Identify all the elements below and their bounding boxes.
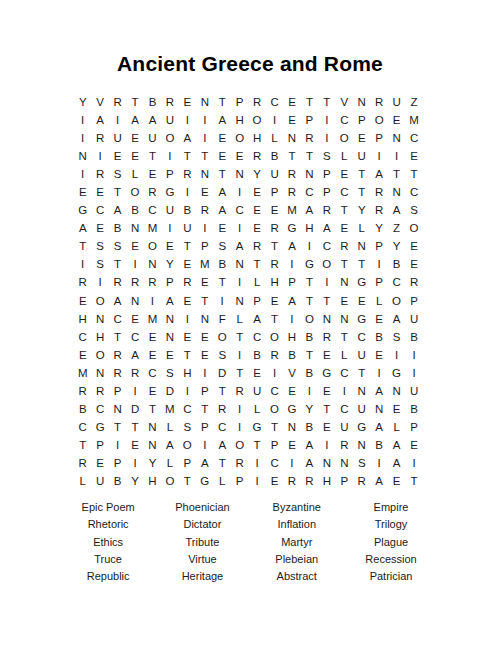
grid-cell: U [248, 382, 265, 400]
grid-cell: A [283, 292, 300, 310]
grid-cell: P [266, 183, 283, 201]
grid-cell: A [301, 454, 318, 472]
grid-cell: A [196, 454, 213, 472]
grid-cell: T [405, 165, 422, 183]
grid-cell: R [74, 454, 91, 472]
grid-cell: L [161, 454, 178, 472]
grid-cell: P [161, 273, 178, 291]
grid-cell: C [91, 201, 108, 219]
grid-cell: N [196, 165, 213, 183]
grid-cell: L [74, 472, 91, 490]
grid-cell: G [161, 183, 178, 201]
grid-cell: E [248, 201, 265, 219]
grid-cell: A [109, 201, 126, 219]
grid-cell: U [405, 382, 422, 400]
grid-cell: N [231, 255, 248, 273]
word-list-item: Inflation [250, 516, 344, 533]
word-list-column: ByzantineInflationMartyrPlebeianAbstract [250, 499, 344, 585]
grid-cell: R [336, 436, 353, 454]
grid-cell: N [126, 219, 143, 237]
grid-cell: T [353, 183, 370, 201]
grid-cell: P [266, 436, 283, 454]
grid-cell: M [405, 111, 422, 129]
grid-cell: E [283, 382, 300, 400]
grid-cell: L [231, 310, 248, 328]
grid-cell: U [336, 418, 353, 436]
grid-cell: N [231, 292, 248, 310]
grid-cell: T [214, 382, 231, 400]
grid-cell: E [336, 292, 353, 310]
grid-cell: R [370, 93, 387, 111]
grid-cell: Y [126, 472, 143, 490]
grid-cell: N [144, 255, 161, 273]
grid-cell: I [231, 183, 248, 201]
grid-cell: R [144, 183, 161, 201]
grid-cell: L [353, 219, 370, 237]
grid-cell: I [301, 382, 318, 400]
grid-cell: P [301, 111, 318, 129]
grid-cell: I [126, 255, 143, 273]
grid-cell: E [266, 292, 283, 310]
grid-cell: E [231, 147, 248, 165]
grid-cell: T [353, 165, 370, 183]
word-list-item: Phoenician [155, 499, 249, 516]
word-list-item: Empire [344, 499, 438, 516]
grid-cell: I [336, 382, 353, 400]
grid-cell: I [231, 346, 248, 364]
grid-cell: T [144, 400, 161, 418]
grid-cell: L [248, 273, 265, 291]
grid-cell: T [283, 147, 300, 165]
grid-cell: R [109, 364, 126, 382]
grid-cell: T [214, 165, 231, 183]
grid-cell: D [161, 382, 178, 400]
grid-cell: R [126, 273, 143, 291]
grid-cell: G [353, 418, 370, 436]
grid-cell: R [318, 328, 335, 346]
grid-cell: T [231, 328, 248, 346]
grid-cell: I [370, 364, 387, 382]
grid-cell: O [318, 255, 335, 273]
grid-cell: F [214, 310, 231, 328]
grid-cell: T [179, 237, 196, 255]
grid-cell: N [370, 400, 387, 418]
grid-cell: Y [370, 219, 387, 237]
grid-cell: M [74, 364, 91, 382]
grid-cell: E [405, 255, 422, 273]
grid-cell: I [388, 346, 405, 364]
grid-cell: I [196, 129, 213, 147]
grid-cell: I [318, 273, 335, 291]
grid-cell: P [109, 454, 126, 472]
grid-cell: T [318, 400, 335, 418]
grid-cell: B [301, 418, 318, 436]
grid-cell: E [353, 129, 370, 147]
grid-cell: I [179, 382, 196, 400]
grid-cell: E [74, 183, 91, 201]
grid-cell: U [144, 129, 161, 147]
grid-cell: T [266, 310, 283, 328]
grid-cell: E [388, 111, 405, 129]
grid-cell: I [266, 111, 283, 129]
grid-cell: T [318, 93, 335, 111]
grid-cell: Y [74, 93, 91, 111]
grid-cell: P [370, 129, 387, 147]
grid-cell: A [283, 237, 300, 255]
grid-cell: T [318, 292, 335, 310]
grid-cell: O [231, 436, 248, 454]
grid-cell: N [388, 183, 405, 201]
grid-cell: N [301, 165, 318, 183]
grid-cell: G [74, 201, 91, 219]
grid-cell: T [74, 237, 91, 255]
grid-cell: C [231, 201, 248, 219]
grid-cell: A [301, 201, 318, 219]
word-list-item: Recession [344, 551, 438, 568]
grid-cell: I [405, 346, 422, 364]
grid-cell: T [336, 201, 353, 219]
grid-cell: E [266, 201, 283, 219]
grid-cell: R [336, 237, 353, 255]
grid-cell: C [336, 400, 353, 418]
grid-cell: H [318, 472, 335, 490]
grid-cell: E [144, 382, 161, 400]
grid-cell: H [283, 328, 300, 346]
grid-cell: G [283, 400, 300, 418]
grid-cell: U [179, 219, 196, 237]
grid-cell: I [91, 273, 108, 291]
grid-cell: T [248, 255, 265, 273]
grid-cell: N [283, 129, 300, 147]
grid-cell: T [301, 273, 318, 291]
word-list-item: Heritage [155, 568, 249, 585]
grid-cell: A [370, 165, 387, 183]
puzzle-title: Ancient Greece and Rome [0, 52, 500, 76]
grid-cell: A [370, 382, 387, 400]
grid-cell: P [196, 237, 213, 255]
grid-cell: E [318, 418, 335, 436]
word-list-item: Dictator [155, 516, 249, 533]
grid-cell: O [91, 346, 108, 364]
grid-cell: P [91, 436, 108, 454]
grid-cell: E [283, 436, 300, 454]
grid-cell: I [388, 147, 405, 165]
grid-cell: N [353, 93, 370, 111]
grid-cell: E [196, 346, 213, 364]
grid-cell: R [301, 129, 318, 147]
grid-cell: E [336, 165, 353, 183]
grid-cell: G [318, 364, 335, 382]
grid-cell: E [405, 436, 422, 454]
grid-cell: P [370, 237, 387, 255]
grid-cell: I [74, 165, 91, 183]
grid-cell: N [336, 454, 353, 472]
grid-cell: C [109, 310, 126, 328]
grid-cell: L [161, 418, 178, 436]
grid-cell: I [74, 129, 91, 147]
grid-cell: T [301, 346, 318, 364]
grid-cell: B [388, 255, 405, 273]
grid-cell: E [126, 129, 143, 147]
grid-cell: B [405, 400, 422, 418]
grid-cell: I [126, 454, 143, 472]
grid-cell: P [196, 418, 213, 436]
grid-cell: A [388, 436, 405, 454]
word-list-column: EmpireTrilogyPlagueRecessionPatrician [344, 499, 438, 585]
grid-cell: Z [388, 219, 405, 237]
grid-cell: N [126, 292, 143, 310]
grid-cell: E [388, 400, 405, 418]
grid-cell: R [231, 382, 248, 400]
grid-cell: A [370, 418, 387, 436]
grid-cell: E [74, 292, 91, 310]
grid-cell: A [126, 346, 143, 364]
grid-cell: I [109, 111, 126, 129]
grid-cell: O [388, 292, 405, 310]
grid-cell: E [318, 346, 335, 364]
grid-cell: N [161, 310, 178, 328]
grid-cell: T [109, 255, 126, 273]
grid-cell: N [196, 93, 213, 111]
grid-cell: G [301, 255, 318, 273]
grid-cell: B [370, 328, 387, 346]
grid-cell: R [283, 183, 300, 201]
grid-cell: R [161, 93, 178, 111]
grid-cell: U [266, 165, 283, 183]
grid-cell: R [109, 346, 126, 364]
grid-cell: A [388, 201, 405, 219]
grid-cell: C [126, 328, 143, 346]
grid-cell: A [388, 310, 405, 328]
grid-cell: R [266, 346, 283, 364]
grid-cell: A [214, 111, 231, 129]
grid-cell: P [231, 472, 248, 490]
grid-cell: A [179, 129, 196, 147]
grid-cell: G [388, 364, 405, 382]
grid-cell: H [266, 273, 283, 291]
grid-cell: R [248, 147, 265, 165]
grid-cell: P [231, 93, 248, 111]
grid-cell: O [161, 129, 178, 147]
grid-cell: E [248, 219, 265, 237]
grid-cell: I [283, 255, 300, 273]
grid-cell: E [196, 328, 213, 346]
word-list-item: Truce [61, 551, 155, 568]
grid-cell: C [266, 382, 283, 400]
grid-cell: I [179, 183, 196, 201]
grid-cell: I [231, 418, 248, 436]
grid-cell: A [126, 111, 143, 129]
grid-cell: I [109, 436, 126, 454]
word-list-item: Byzantine [250, 499, 344, 516]
word-list-item: Plague [344, 534, 438, 551]
grid-cell: M [144, 219, 161, 237]
grid-cell: T [109, 328, 126, 346]
grid-cell: C [353, 328, 370, 346]
grid-cell: A [144, 111, 161, 129]
grid-cell: I [74, 111, 91, 129]
grid-cell: Y [248, 165, 265, 183]
grid-cell: N [336, 273, 353, 291]
grid-cell: B [74, 400, 91, 418]
grid-cell: N [231, 165, 248, 183]
grid-cell: I [318, 436, 335, 454]
grid-cell: N [388, 129, 405, 147]
grid-cell: U [405, 310, 422, 328]
word-list-item: Republic [61, 568, 155, 585]
grid-cell: M [161, 400, 178, 418]
grid-cell: A [231, 237, 248, 255]
grid-cell: R [231, 454, 248, 472]
grid-cell: B [301, 364, 318, 382]
grid-cell: O [179, 436, 196, 454]
grid-cell: V [283, 364, 300, 382]
grid-cell: A [301, 436, 318, 454]
grid-cell: E [179, 255, 196, 273]
grid-cell: O [161, 472, 178, 490]
grid-cell: C [388, 273, 405, 291]
grid-cell: P [109, 382, 126, 400]
grid-cell: N [74, 147, 91, 165]
grid-cell: R [126, 364, 143, 382]
grid-cell: I [301, 237, 318, 255]
grid-cell: E [283, 111, 300, 129]
grid-cell: G [353, 310, 370, 328]
grid-cell: B [109, 472, 126, 490]
grid-cell: P [196, 382, 213, 400]
grid-cell: O [91, 292, 108, 310]
grid-cell: O [126, 183, 143, 201]
grid-cell: T [336, 255, 353, 273]
grid-cell: C [405, 129, 422, 147]
grid-cell: C [179, 400, 196, 418]
grid-cell: E [388, 472, 405, 490]
grid-cell: P [318, 183, 335, 201]
grid-cell: I [144, 292, 161, 310]
grid-cell: C [266, 454, 283, 472]
grid-cell: E [179, 292, 196, 310]
grid-cell: B [109, 219, 126, 237]
grid-cell: R [214, 400, 231, 418]
grid-cell: Y [161, 255, 178, 273]
grid-cell: I [318, 129, 335, 147]
grid-cell: G [196, 472, 213, 490]
grid-cell: R [179, 273, 196, 291]
grid-cell: C [405, 183, 422, 201]
grid-cell: E [126, 147, 143, 165]
grid-cell: C [74, 418, 91, 436]
grid-cell: T [231, 364, 248, 382]
grid-cell: O [405, 219, 422, 237]
word-list-item: Tribute [155, 534, 249, 551]
grid-cell: T [109, 418, 126, 436]
grid-cell: I [370, 454, 387, 472]
grid-cell: E [144, 165, 161, 183]
grid-cell: L [248, 400, 265, 418]
grid-cell: O [370, 111, 387, 129]
grid-cell: P [248, 292, 265, 310]
grid-cell: R [91, 382, 108, 400]
grid-cell: I [248, 454, 265, 472]
grid-cell: R [91, 129, 108, 147]
grid-cell: I [231, 400, 248, 418]
grid-cell: A [161, 436, 178, 454]
grid-cell: E [370, 310, 387, 328]
grid-cell: B [214, 255, 231, 273]
grid-cell: E [266, 472, 283, 490]
grid-cell: T [301, 93, 318, 111]
grid-cell: E [283, 93, 300, 111]
grid-cell: B [405, 328, 422, 346]
word-list-item: Abstract [250, 568, 344, 585]
grid-cell: B [283, 346, 300, 364]
grid-cell: B [266, 147, 283, 165]
grid-cell: T [353, 364, 370, 382]
grid-cell: A [214, 201, 231, 219]
grid-cell: E [353, 292, 370, 310]
grid-cell: A [109, 292, 126, 310]
grid-cell: T [126, 93, 143, 111]
grid-cell: R [248, 93, 265, 111]
grid-cell: E [91, 183, 108, 201]
grid-cell: N [144, 436, 161, 454]
grid-cell: N [353, 237, 370, 255]
grid-cell: O [266, 400, 283, 418]
grid-cell: R [248, 237, 265, 255]
grid-cell: C [336, 183, 353, 201]
grid-cell: L [126, 165, 143, 183]
grid-cell: R [318, 201, 335, 219]
grid-cell: E [179, 93, 196, 111]
grid-cell: S [91, 255, 108, 273]
grid-cell: P [405, 418, 422, 436]
grid-cell: I [179, 111, 196, 129]
grid-cell: O [144, 237, 161, 255]
word-list: Epic PoemRhetoricEthicsTruceRepublicPhoe… [61, 499, 438, 585]
grid-cell: R [405, 273, 422, 291]
grid-cell: H [301, 219, 318, 237]
grid-cell: V [91, 93, 108, 111]
grid-cell: I [161, 219, 178, 237]
grid-cell: R [91, 165, 108, 183]
grid-cell: P [370, 273, 387, 291]
word-list-item: Rhetoric [61, 516, 155, 533]
grid-cell: I [283, 310, 300, 328]
grid-cell: M [144, 310, 161, 328]
grid-cell: B [370, 436, 387, 454]
grid-cell: N [388, 382, 405, 400]
grid-cell: S [161, 364, 178, 382]
grid-cell: B [179, 201, 196, 219]
grid-cell: S [109, 165, 126, 183]
grid-cell: S [109, 237, 126, 255]
grid-cell: S [91, 237, 108, 255]
grid-cell: O [336, 129, 353, 147]
grid-cell: E [179, 328, 196, 346]
grid-cell: I [196, 364, 213, 382]
grid-cell: I [248, 472, 265, 490]
grid-cell: T [266, 418, 283, 436]
grid-cell: E [248, 183, 265, 201]
grid-cell: S [214, 237, 231, 255]
grid-cell: H [179, 364, 196, 382]
grid-cell: G [283, 219, 300, 237]
grid-cell: R [266, 219, 283, 237]
grid-cell: R [74, 273, 91, 291]
grid-cell: E [196, 183, 213, 201]
grid-cell: S [318, 147, 335, 165]
grid-cell: L [336, 346, 353, 364]
